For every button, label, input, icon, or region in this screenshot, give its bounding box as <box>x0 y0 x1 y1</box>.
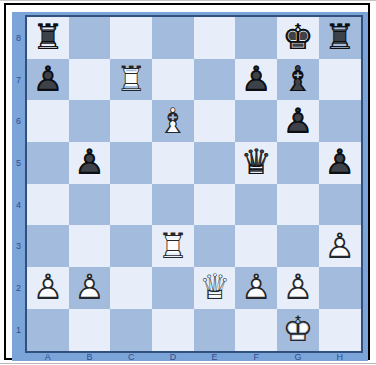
square-b4[interactable] <box>69 184 111 226</box>
square-g1[interactable]: ♚♔ <box>277 309 319 351</box>
square-d1[interactable] <box>152 309 194 351</box>
file-label-f: F <box>235 353 277 361</box>
board-frame: ♜♖♚♔♜♖♟♙♜♖♟♙♝♗♝♗♟♙♟♙♛♕♟♙♜♖♟♙♟♙♟♙♛♕♟♙♟♙♚♔… <box>12 12 368 361</box>
square-h3[interactable]: ♟♙ <box>319 225 361 267</box>
square-h7[interactable] <box>319 59 361 101</box>
white-rook[interactable]: ♜♖ <box>152 225 194 267</box>
square-f1[interactable] <box>235 309 277 351</box>
screen-edge-bottom <box>0 363 376 364</box>
square-c2[interactable] <box>110 267 152 309</box>
piece-glyph-outline: ♔ <box>277 309 319 351</box>
file-label-a: A <box>27 353 69 361</box>
square-a2[interactable]: ♟♙ <box>27 267 69 309</box>
square-d8[interactable] <box>152 17 194 59</box>
piece-glyph-outline: ♙ <box>319 225 361 267</box>
square-c6[interactable] <box>110 100 152 142</box>
white-pawn[interactable]: ♟♙ <box>69 267 111 309</box>
piece-glyph-outline: ♗ <box>277 59 319 101</box>
square-h8[interactable]: ♜♖ <box>319 17 361 59</box>
white-pawn[interactable]: ♟♙ <box>277 267 319 309</box>
square-c7[interactable]: ♜♖ <box>110 59 152 101</box>
rank-label-2: 2 <box>12 267 25 309</box>
square-d2[interactable] <box>152 267 194 309</box>
piece-glyph-outline: ♕ <box>235 142 277 184</box>
square-a5[interactable] <box>27 142 69 184</box>
piece-glyph-outline: ♙ <box>27 59 69 101</box>
black-bishop[interactable]: ♝♗ <box>277 59 319 101</box>
square-f7[interactable]: ♟♙ <box>235 59 277 101</box>
square-b6[interactable] <box>69 100 111 142</box>
square-e3[interactable] <box>194 225 236 267</box>
black-pawn[interactable]: ♟♙ <box>235 59 277 101</box>
square-f8[interactable] <box>235 17 277 59</box>
square-g3[interactable] <box>277 225 319 267</box>
black-pawn[interactable]: ♟♙ <box>319 142 361 184</box>
square-a6[interactable] <box>27 100 69 142</box>
rank-labels: 87654321 <box>12 17 25 351</box>
square-b8[interactable] <box>69 17 111 59</box>
square-b1[interactable] <box>69 309 111 351</box>
piece-glyph-outline: ♙ <box>235 267 277 309</box>
black-king[interactable]: ♚♔ <box>277 17 319 59</box>
white-rook[interactable]: ♜♖ <box>110 59 152 101</box>
square-f2[interactable]: ♟♙ <box>235 267 277 309</box>
square-e5[interactable] <box>194 142 236 184</box>
square-d7[interactable] <box>152 59 194 101</box>
square-f4[interactable] <box>235 184 277 226</box>
square-d6[interactable]: ♝♗ <box>152 100 194 142</box>
black-rook[interactable]: ♜♖ <box>319 17 361 59</box>
piece-glyph-outline: ♙ <box>277 267 319 309</box>
square-h5[interactable]: ♟♙ <box>319 142 361 184</box>
square-h1[interactable] <box>319 309 361 351</box>
square-d5[interactable] <box>152 142 194 184</box>
black-rook[interactable]: ♜♖ <box>27 17 69 59</box>
square-e8[interactable] <box>194 17 236 59</box>
square-e6[interactable] <box>194 100 236 142</box>
diagram-border-box: ♜♖♚♔♜♖♟♙♜♖♟♙♝♗♝♗♟♙♟♙♛♕♟♙♜♖♟♙♟♙♟♙♛♕♟♙♟♙♚♔… <box>4 3 370 360</box>
black-queen[interactable]: ♛♕ <box>235 142 277 184</box>
piece-glyph-outline: ♙ <box>69 267 111 309</box>
square-g8[interactable]: ♚♔ <box>277 17 319 59</box>
square-c1[interactable] <box>110 309 152 351</box>
file-label-c: C <box>110 353 152 361</box>
rank-label-5: 5 <box>12 142 25 184</box>
rank-label-8: 8 <box>12 17 25 59</box>
white-pawn[interactable]: ♟♙ <box>27 267 69 309</box>
square-a7[interactable]: ♟♙ <box>27 59 69 101</box>
file-label-e: E <box>194 353 236 361</box>
square-a8[interactable]: ♜♖ <box>27 17 69 59</box>
square-d4[interactable] <box>152 184 194 226</box>
square-e2[interactable]: ♛♕ <box>194 267 236 309</box>
white-queen[interactable]: ♛♕ <box>194 267 236 309</box>
square-g6[interactable]: ♟♙ <box>277 100 319 142</box>
square-h6[interactable] <box>319 100 361 142</box>
square-e4[interactable] <box>194 184 236 226</box>
screen-edge-top <box>0 0 376 1</box>
square-f6[interactable] <box>235 100 277 142</box>
white-pawn[interactable]: ♟♙ <box>235 267 277 309</box>
rank-label-1: 1 <box>12 309 25 351</box>
rank-label-6: 6 <box>12 100 25 142</box>
file-label-g: G <box>277 353 319 361</box>
board-grid-outline: ♜♖♚♔♜♖♟♙♜♖♟♙♝♗♝♗♟♙♟♙♛♕♟♙♜♖♟♙♟♙♟♙♛♕♟♙♟♙♚♔ <box>25 15 363 353</box>
white-king[interactable]: ♚♔ <box>277 309 319 351</box>
square-g4[interactable] <box>277 184 319 226</box>
square-b5[interactable]: ♟♙ <box>69 142 111 184</box>
rank-label-4: 4 <box>12 184 25 226</box>
rank-label-7: 7 <box>12 59 25 101</box>
file-label-h: H <box>319 353 361 361</box>
square-a4[interactable] <box>27 184 69 226</box>
square-a1[interactable] <box>27 309 69 351</box>
chess-board: ♜♖♚♔♜♖♟♙♜♖♟♙♝♗♝♗♟♙♟♙♛♕♟♙♜♖♟♙♟♙♟♙♛♕♟♙♟♙♚♔ <box>27 17 361 351</box>
file-labels: ABCDEFGH <box>27 353 361 361</box>
file-label-b: B <box>69 353 111 361</box>
piece-glyph-outline: ♙ <box>319 142 361 184</box>
piece-glyph-outline: ♙ <box>277 100 319 142</box>
piece-glyph-outline: ♔ <box>277 17 319 59</box>
square-b2[interactable]: ♟♙ <box>69 267 111 309</box>
square-d3[interactable]: ♜♖ <box>152 225 194 267</box>
square-f3[interactable] <box>235 225 277 267</box>
white-pawn[interactable]: ♟♙ <box>319 225 361 267</box>
piece-glyph-outline: ♗ <box>152 100 194 142</box>
screenshot-stage: ♜♖♚♔♜♖♟♙♜♖♟♙♝♗♝♗♟♙♟♙♛♕♟♙♜♖♟♙♟♙♟♙♛♕♟♙♟♙♚♔… <box>0 0 376 365</box>
white-bishop[interactable]: ♝♗ <box>152 100 194 142</box>
piece-glyph-outline: ♖ <box>319 17 361 59</box>
square-a3[interactable] <box>27 225 69 267</box>
square-h2[interactable] <box>319 267 361 309</box>
file-label-d: D <box>152 353 194 361</box>
black-pawn[interactable]: ♟♙ <box>27 59 69 101</box>
square-g5[interactable] <box>277 142 319 184</box>
square-b3[interactable] <box>69 225 111 267</box>
square-g2[interactable]: ♟♙ <box>277 267 319 309</box>
square-f5[interactable]: ♛♕ <box>235 142 277 184</box>
piece-glyph-outline: ♖ <box>110 59 152 101</box>
piece-glyph-outline: ♙ <box>27 267 69 309</box>
square-g7[interactable]: ♝♗ <box>277 59 319 101</box>
square-c5[interactable] <box>110 142 152 184</box>
rank-label-3: 3 <box>12 225 25 267</box>
piece-glyph-outline: ♙ <box>69 142 111 184</box>
square-e7[interactable] <box>194 59 236 101</box>
black-pawn[interactable]: ♟♙ <box>277 100 319 142</box>
square-b7[interactable] <box>69 59 111 101</box>
piece-glyph-outline: ♖ <box>27 17 69 59</box>
square-c8[interactable] <box>110 17 152 59</box>
piece-glyph-outline: ♙ <box>235 59 277 101</box>
square-e1[interactable] <box>194 309 236 351</box>
black-pawn[interactable]: ♟♙ <box>69 142 111 184</box>
square-c3[interactable] <box>110 225 152 267</box>
piece-glyph-outline: ♖ <box>152 225 194 267</box>
square-h4[interactable] <box>319 184 361 226</box>
square-c4[interactable] <box>110 184 152 226</box>
piece-glyph-outline: ♕ <box>194 267 236 309</box>
